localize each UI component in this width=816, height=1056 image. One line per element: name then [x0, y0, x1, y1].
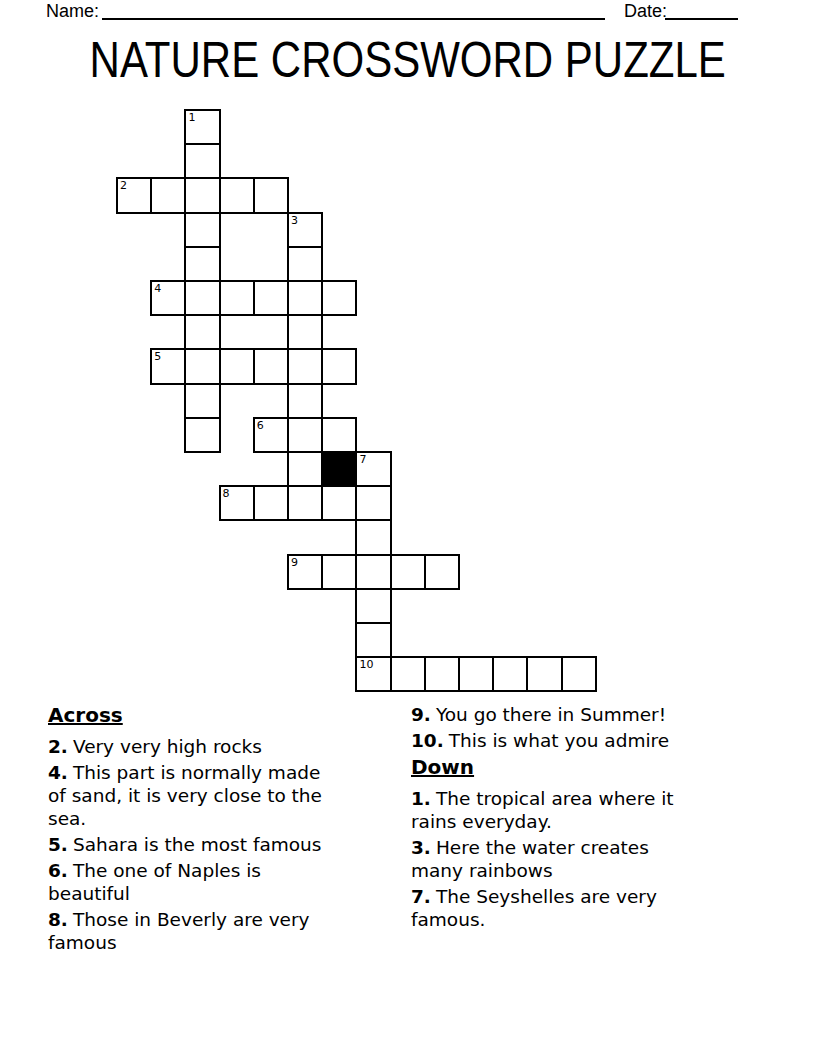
- crossword-cell[interactable]: [424, 554, 460, 590]
- clue-number: 6.: [48, 860, 68, 881]
- crossword-cell[interactable]: [424, 656, 460, 692]
- clue-number: 7.: [411, 886, 431, 907]
- crossword-cell[interactable]: [287, 451, 323, 487]
- crossword-cell[interactable]: [287, 314, 323, 350]
- cell-number: 5: [154, 350, 161, 363]
- crossword-cell[interactable]: 7: [355, 451, 391, 487]
- crossword-cell[interactable]: [287, 348, 323, 384]
- worksheet-page: Name: Date: NATURE CROSSWORD PUZZLE 1234…: [0, 0, 816, 1056]
- crossword-cell[interactable]: [355, 588, 391, 624]
- down-section-header: Down: [411, 755, 747, 779]
- crossword-cell[interactable]: [390, 554, 426, 590]
- clues-column-left: Across2.Very very high rocks4.This part …: [48, 703, 388, 957]
- clue-down-1: 1.The tropical area where itrains everyd…: [411, 787, 747, 833]
- clue-number: 8.: [48, 909, 68, 930]
- crossword-cell[interactable]: [219, 348, 255, 384]
- crossword-cell[interactable]: 9: [287, 554, 323, 590]
- crossword-cell[interactable]: [321, 554, 357, 590]
- cell-number: 8: [223, 487, 230, 500]
- crossword-cell[interactable]: [287, 280, 323, 316]
- crossword-cell[interactable]: [355, 485, 391, 521]
- cell-number: 1: [188, 111, 195, 124]
- crossword-grid: 12345678910: [117, 110, 596, 691]
- clue-down-3: 3.Here the water createsmany rainbows: [411, 836, 747, 882]
- crossword-cell[interactable]: [458, 656, 494, 692]
- crossword-cell[interactable]: [287, 417, 323, 453]
- crossword-cell[interactable]: [184, 212, 220, 248]
- crossword-cell[interactable]: [355, 554, 391, 590]
- crossword-cell[interactable]: [253, 348, 289, 384]
- across-section-header: Across: [48, 703, 388, 727]
- name-label: Name:: [46, 1, 99, 22]
- clue-across-5: 5.Sahara is the most famous: [48, 833, 388, 856]
- clue-number: 10.: [411, 730, 444, 751]
- clue-text: Here the water createsmany rainbows: [411, 837, 649, 881]
- crossword-cell[interactable]: [184, 417, 220, 453]
- clue-text: This is what you admire: [449, 730, 669, 751]
- crossword-cell[interactable]: [184, 348, 220, 384]
- clue-number: 9.: [411, 704, 431, 725]
- crossword-cell[interactable]: 3: [287, 212, 323, 248]
- crossword-cell[interactable]: [321, 485, 357, 521]
- cell-number: 9: [291, 556, 298, 569]
- cell-number: 10: [359, 658, 373, 671]
- cell-number: 6: [257, 419, 264, 432]
- title-row: NATURE CROSSWORD PUZZLE: [0, 35, 816, 85]
- cell-number: 2: [120, 179, 127, 192]
- cell-number: 3: [291, 214, 298, 227]
- crossword-cell[interactable]: [184, 280, 220, 316]
- clue-text: This part is normally madeof sand, it is…: [48, 762, 322, 829]
- crossword-cell[interactable]: 1: [184, 109, 220, 145]
- crossword-cell[interactable]: [492, 656, 528, 692]
- crossword-cell[interactable]: [321, 417, 357, 453]
- crossword-cell[interactable]: 4: [150, 280, 186, 316]
- crossword-cell[interactable]: 2: [116, 177, 152, 213]
- worksheet-header: Name: Date:: [0, 0, 816, 26]
- crossword-cell[interactable]: [184, 314, 220, 350]
- name-input-line[interactable]: [102, 2, 605, 20]
- crossword-cell[interactable]: 5: [150, 348, 186, 384]
- crossword-cell[interactable]: [253, 177, 289, 213]
- cell-number: 4: [154, 282, 161, 295]
- clue-down-7: 7.The Seyshelles are veryfamous.: [411, 885, 747, 931]
- clue-text: Very very high rocks: [73, 736, 262, 757]
- crossword-cell[interactable]: [321, 348, 357, 384]
- clue-text: Those in Beverly are veryfamous: [48, 909, 310, 953]
- crossword-cell[interactable]: [390, 656, 426, 692]
- crossword-cell[interactable]: [321, 280, 357, 316]
- date-label: Date:: [624, 1, 667, 22]
- clue-across-10: 10.This is what you admire: [411, 729, 747, 752]
- crossword-cell[interactable]: [355, 622, 391, 658]
- clues-column-right: 9.You go there in Summer!10.This is what…: [411, 703, 747, 934]
- crossword-cell[interactable]: 6: [253, 417, 289, 453]
- clue-number: 4.: [48, 762, 68, 783]
- clue-across-9: 9.You go there in Summer!: [411, 703, 747, 726]
- crossword-cell[interactable]: [184, 383, 220, 419]
- clue-text: Sahara is the most famous: [73, 834, 322, 855]
- crossword-cell[interactable]: [150, 177, 186, 213]
- cell-number: 7: [359, 453, 366, 466]
- crossword-cell[interactable]: [219, 280, 255, 316]
- crossword-cell[interactable]: [287, 246, 323, 282]
- puzzle-title: NATURE CROSSWORD PUZZLE: [90, 35, 726, 85]
- clue-number: 3.: [411, 837, 431, 858]
- clue-number: 2.: [48, 736, 68, 757]
- date-input-line[interactable]: [665, 2, 738, 20]
- crossword-cell[interactable]: [184, 143, 220, 179]
- clue-text: The tropical area where itrains everyday…: [411, 788, 674, 832]
- crossword-cell[interactable]: [561, 656, 597, 692]
- black-cell: [321, 451, 357, 487]
- crossword-cell[interactable]: [253, 280, 289, 316]
- crossword-cell[interactable]: [184, 177, 220, 213]
- clue-number: 5.: [48, 834, 68, 855]
- crossword-cell[interactable]: [253, 485, 289, 521]
- clue-across-6: 6.The one of Naples isbeautiful: [48, 859, 388, 905]
- clue-across-4: 4.This part is normally madeof sand, it …: [48, 761, 388, 830]
- clue-across-2: 2.Very very high rocks: [48, 735, 388, 758]
- crossword-cell[interactable]: [526, 656, 562, 692]
- crossword-cell[interactable]: 10: [355, 656, 391, 692]
- crossword-cell[interactable]: [219, 177, 255, 213]
- crossword-cell[interactable]: 8: [219, 485, 255, 521]
- clue-across-8: 8.Those in Beverly are veryfamous: [48, 908, 388, 954]
- clue-text: The Seyshelles are veryfamous.: [411, 886, 657, 930]
- crossword-cell[interactable]: [355, 519, 391, 555]
- clue-text: The one of Naples isbeautiful: [48, 860, 261, 904]
- crossword-cell[interactable]: [287, 383, 323, 419]
- clue-text: You go there in Summer!: [436, 704, 666, 725]
- crossword-cell[interactable]: [287, 485, 323, 521]
- crossword-cell[interactable]: [184, 246, 220, 282]
- clue-number: 1.: [411, 788, 431, 809]
